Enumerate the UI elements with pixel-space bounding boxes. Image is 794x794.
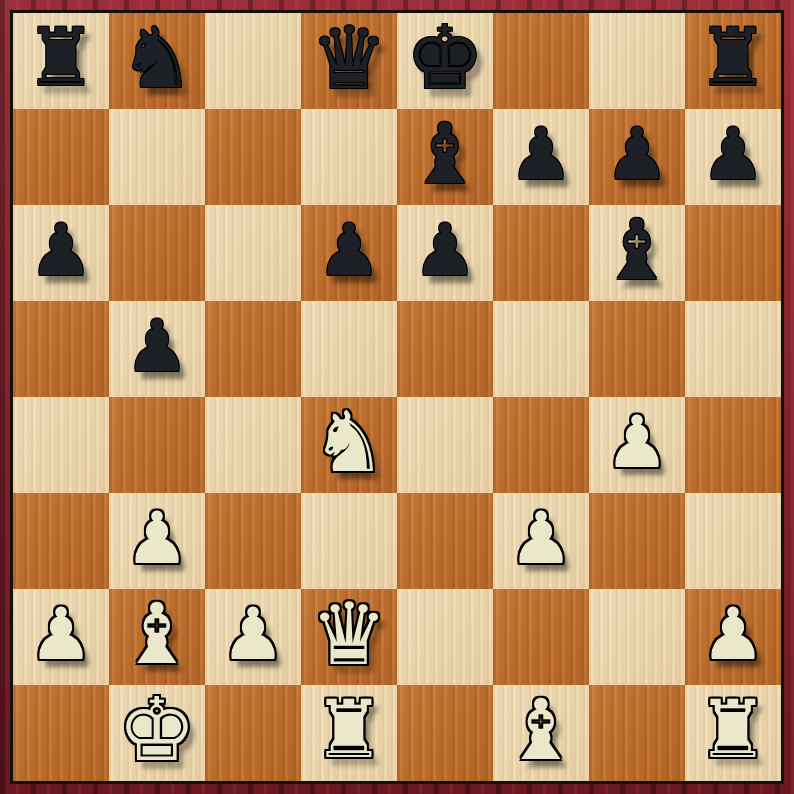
square-c5[interactable] bbox=[205, 301, 301, 397]
square-b8[interactable]: ♞ bbox=[109, 13, 205, 109]
square-h8[interactable]: ♜ bbox=[685, 13, 781, 109]
square-c7[interactable] bbox=[205, 109, 301, 205]
square-b1[interactable]: ♚ bbox=[109, 685, 205, 781]
white-pawn-a2[interactable]: ♟ bbox=[13, 586, 109, 682]
square-d1[interactable]: ♜ bbox=[301, 685, 397, 781]
white-rook-d1[interactable]: ♜ bbox=[301, 682, 397, 778]
square-e8[interactable]: ♚ bbox=[397, 13, 493, 109]
white-pawn-b3[interactable]: ♟ bbox=[109, 490, 205, 586]
square-d4[interactable]: ♞ bbox=[301, 397, 397, 493]
white-pawn-g4[interactable]: ♟ bbox=[589, 394, 685, 490]
square-b7[interactable] bbox=[109, 109, 205, 205]
square-b3[interactable]: ♟ bbox=[109, 493, 205, 589]
square-b5[interactable]: ♟ bbox=[109, 301, 205, 397]
black-bishop-g6[interactable]: ♝ bbox=[589, 202, 685, 298]
square-a2[interactable]: ♟ bbox=[13, 589, 109, 685]
square-a3[interactable] bbox=[13, 493, 109, 589]
square-e4[interactable] bbox=[397, 397, 493, 493]
black-bishop-e7[interactable]: ♝ bbox=[397, 106, 493, 202]
square-h2[interactable]: ♟ bbox=[685, 589, 781, 685]
black-pawn-a6[interactable]: ♟ bbox=[13, 202, 109, 298]
square-h5[interactable] bbox=[685, 301, 781, 397]
square-g6[interactable]: ♝ bbox=[589, 205, 685, 301]
white-knight-d4[interactable]: ♞ bbox=[301, 394, 397, 490]
black-pawn-f7[interactable]: ♟ bbox=[493, 106, 589, 202]
square-a1[interactable] bbox=[13, 685, 109, 781]
white-king-b1[interactable]: ♚ bbox=[109, 682, 205, 778]
square-d2[interactable]: ♛ bbox=[301, 589, 397, 685]
square-b4[interactable] bbox=[109, 397, 205, 493]
square-b2[interactable]: ♝ bbox=[109, 589, 205, 685]
square-f2[interactable] bbox=[493, 589, 589, 685]
black-knight-b8[interactable]: ♞ bbox=[109, 10, 205, 106]
square-a8[interactable]: ♜ bbox=[13, 13, 109, 109]
black-pawn-g7[interactable]: ♟ bbox=[589, 106, 685, 202]
square-c6[interactable] bbox=[205, 205, 301, 301]
black-pawn-h7[interactable]: ♟ bbox=[685, 106, 781, 202]
square-c8[interactable] bbox=[205, 13, 301, 109]
square-c4[interactable] bbox=[205, 397, 301, 493]
square-d5[interactable] bbox=[301, 301, 397, 397]
square-c2[interactable]: ♟ bbox=[205, 589, 301, 685]
square-g5[interactable] bbox=[589, 301, 685, 397]
square-d8[interactable]: ♛ bbox=[301, 13, 397, 109]
square-f7[interactable]: ♟ bbox=[493, 109, 589, 205]
square-g4[interactable]: ♟ bbox=[589, 397, 685, 493]
square-h7[interactable]: ♟ bbox=[685, 109, 781, 205]
square-g3[interactable] bbox=[589, 493, 685, 589]
square-g2[interactable] bbox=[589, 589, 685, 685]
square-g7[interactable]: ♟ bbox=[589, 109, 685, 205]
square-f8[interactable] bbox=[493, 13, 589, 109]
white-rook-h1[interactable]: ♜ bbox=[685, 682, 781, 778]
chess-board: ♜♞♛♚♜♝♟♟♟♟♟♟♝♟♞♟♟♟♟♝♟♛♟♚♜♝♜ bbox=[10, 10, 784, 784]
square-e5[interactable] bbox=[397, 301, 493, 397]
square-d7[interactable] bbox=[301, 109, 397, 205]
square-e3[interactable] bbox=[397, 493, 493, 589]
black-queen-d8[interactable]: ♛ bbox=[301, 10, 397, 106]
black-pawn-b5[interactable]: ♟ bbox=[109, 298, 205, 394]
white-pawn-f3[interactable]: ♟ bbox=[493, 490, 589, 586]
square-h3[interactable] bbox=[685, 493, 781, 589]
square-f6[interactable] bbox=[493, 205, 589, 301]
square-a6[interactable]: ♟ bbox=[13, 205, 109, 301]
white-pawn-h2[interactable]: ♟ bbox=[685, 586, 781, 682]
square-a4[interactable] bbox=[13, 397, 109, 493]
black-pawn-d6[interactable]: ♟ bbox=[301, 202, 397, 298]
white-bishop-b2[interactable]: ♝ bbox=[109, 586, 205, 682]
square-f4[interactable] bbox=[493, 397, 589, 493]
square-c1[interactable] bbox=[205, 685, 301, 781]
square-d3[interactable] bbox=[301, 493, 397, 589]
square-h4[interactable] bbox=[685, 397, 781, 493]
board-frame: ♜♞♛♚♜♝♟♟♟♟♟♟♝♟♞♟♟♟♟♝♟♛♟♚♜♝♜ bbox=[0, 0, 794, 794]
black-king-e8[interactable]: ♚ bbox=[397, 10, 493, 106]
square-e6[interactable]: ♟ bbox=[397, 205, 493, 301]
black-pawn-e6[interactable]: ♟ bbox=[397, 202, 493, 298]
square-h1[interactable]: ♜ bbox=[685, 685, 781, 781]
square-e7[interactable]: ♝ bbox=[397, 109, 493, 205]
square-g1[interactable] bbox=[589, 685, 685, 781]
white-pawn-c2[interactable]: ♟ bbox=[205, 586, 301, 682]
square-g8[interactable] bbox=[589, 13, 685, 109]
square-a7[interactable] bbox=[13, 109, 109, 205]
square-f3[interactable]: ♟ bbox=[493, 493, 589, 589]
black-rook-h8[interactable]: ♜ bbox=[685, 10, 781, 106]
black-rook-a8[interactable]: ♜ bbox=[13, 10, 109, 106]
square-e1[interactable] bbox=[397, 685, 493, 781]
white-queen-d2[interactable]: ♛ bbox=[301, 586, 397, 682]
square-e2[interactable] bbox=[397, 589, 493, 685]
square-c3[interactable] bbox=[205, 493, 301, 589]
white-bishop-f1[interactable]: ♝ bbox=[493, 682, 589, 778]
square-d6[interactable]: ♟ bbox=[301, 205, 397, 301]
square-f5[interactable] bbox=[493, 301, 589, 397]
square-a5[interactable] bbox=[13, 301, 109, 397]
square-h6[interactable] bbox=[685, 205, 781, 301]
square-b6[interactable] bbox=[109, 205, 205, 301]
square-f1[interactable]: ♝ bbox=[493, 685, 589, 781]
